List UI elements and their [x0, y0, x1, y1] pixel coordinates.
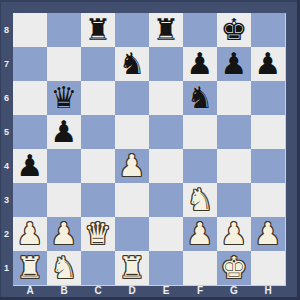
square-g1[interactable]: ♚	[217, 251, 251, 285]
piece-white-knight[interactable]: ♞	[187, 183, 214, 217]
square-f1[interactable]	[183, 251, 217, 285]
rank-label-6: 6	[0, 81, 13, 115]
square-e7[interactable]	[149, 47, 183, 81]
square-e4[interactable]	[149, 149, 183, 183]
piece-white-queen[interactable]: ♛	[85, 217, 112, 251]
square-d7[interactable]: ♞	[115, 47, 149, 81]
piece-black-pawn[interactable]: ♟	[17, 149, 44, 183]
square-b5[interactable]: ♟	[47, 115, 81, 149]
square-a4[interactable]: ♟	[13, 149, 47, 183]
square-c6[interactable]	[81, 81, 115, 115]
square-g5[interactable]	[217, 115, 251, 149]
square-h8[interactable]	[251, 13, 285, 47]
square-f4[interactable]	[183, 149, 217, 183]
square-c4[interactable]	[81, 149, 115, 183]
rank-label-7: 7	[0, 47, 13, 81]
square-b4[interactable]	[47, 149, 81, 183]
rank-label-3: 3	[0, 183, 13, 217]
square-c5[interactable]	[81, 115, 115, 149]
square-e3[interactable]	[149, 183, 183, 217]
square-h2[interactable]: ♟	[251, 217, 285, 251]
square-b8[interactable]	[47, 13, 81, 47]
square-e6[interactable]	[149, 81, 183, 115]
piece-black-queen[interactable]: ♛	[51, 81, 78, 115]
file-label-d: D	[115, 284, 149, 297]
piece-white-knight[interactable]: ♞	[51, 251, 78, 285]
square-h3[interactable]	[251, 183, 285, 217]
square-h5[interactable]	[251, 115, 285, 149]
square-f5[interactable]	[183, 115, 217, 149]
piece-white-king[interactable]: ♚	[221, 251, 248, 285]
rank-label-4: 4	[0, 149, 13, 183]
square-d1[interactable]: ♜	[115, 251, 149, 285]
square-a1[interactable]: ♜	[13, 251, 47, 285]
piece-black-rook[interactable]: ♜	[85, 13, 112, 47]
square-b1[interactable]: ♞	[47, 251, 81, 285]
square-b2[interactable]: ♟	[47, 217, 81, 251]
square-f8[interactable]	[183, 13, 217, 47]
frame-top-edge	[0, 0, 300, 2]
piece-white-pawn[interactable]: ♟	[17, 217, 44, 251]
square-a5[interactable]	[13, 115, 47, 149]
square-b3[interactable]	[47, 183, 81, 217]
square-h1[interactable]	[251, 251, 285, 285]
square-f7[interactable]: ♟	[183, 47, 217, 81]
piece-white-pawn[interactable]: ♟	[51, 217, 78, 251]
chess-board[interactable]: ♜♜♚♞♟♟♟♛♞♟♟♟♞♟♟♛♟♟♟♜♞♜♚	[13, 13, 286, 286]
file-label-f: F	[183, 284, 217, 297]
piece-black-pawn[interactable]: ♟	[51, 115, 78, 149]
square-g2[interactable]: ♟	[217, 217, 251, 251]
piece-black-pawn[interactable]: ♟	[187, 47, 214, 81]
square-c2[interactable]: ♛	[81, 217, 115, 251]
file-label-g: G	[217, 284, 251, 297]
piece-white-rook[interactable]: ♜	[119, 251, 146, 285]
square-b7[interactable]	[47, 47, 81, 81]
square-d8[interactable]	[115, 13, 149, 47]
square-c8[interactable]: ♜	[81, 13, 115, 47]
square-a3[interactable]	[13, 183, 47, 217]
square-g4[interactable]	[217, 149, 251, 183]
square-h4[interactable]	[251, 149, 285, 183]
square-d3[interactable]	[115, 183, 149, 217]
file-label-c: C	[81, 284, 115, 297]
piece-black-king[interactable]: ♚	[221, 13, 248, 47]
square-c1[interactable]	[81, 251, 115, 285]
piece-black-pawn[interactable]: ♟	[255, 47, 282, 81]
square-h7[interactable]: ♟	[251, 47, 285, 81]
square-d6[interactable]	[115, 81, 149, 115]
square-g8[interactable]: ♚	[217, 13, 251, 47]
square-e2[interactable]	[149, 217, 183, 251]
square-g7[interactable]: ♟	[217, 47, 251, 81]
square-d2[interactable]	[115, 217, 149, 251]
rank-label-2: 2	[0, 217, 13, 251]
square-g3[interactable]	[217, 183, 251, 217]
piece-black-rook[interactable]: ♜	[153, 13, 180, 47]
square-e1[interactable]	[149, 251, 183, 285]
square-a8[interactable]	[13, 13, 47, 47]
square-d5[interactable]	[115, 115, 149, 149]
rank-label-8: 8	[0, 13, 13, 47]
square-b6[interactable]: ♛	[47, 81, 81, 115]
rank-label-5: 5	[0, 115, 13, 149]
square-a7[interactable]	[13, 47, 47, 81]
piece-white-rook[interactable]: ♜	[17, 251, 44, 285]
piece-white-pawn[interactable]: ♟	[119, 149, 146, 183]
rank-label-1: 1	[0, 251, 13, 285]
piece-black-knight[interactable]: ♞	[119, 47, 146, 81]
square-h6[interactable]	[251, 81, 285, 115]
square-e8[interactable]: ♜	[149, 13, 183, 47]
file-label-h: H	[251, 284, 285, 297]
chess-board-frame: ♜♜♚♞♟♟♟♛♞♟♟♟♞♟♟♛♟♟♟♜♞♜♚ 87654321 ABCDEFG…	[0, 0, 300, 300]
square-f3[interactable]: ♞	[183, 183, 217, 217]
square-c3[interactable]	[81, 183, 115, 217]
square-a2[interactable]: ♟	[13, 217, 47, 251]
piece-white-pawn[interactable]: ♟	[187, 217, 214, 251]
square-f6[interactable]: ♞	[183, 81, 217, 115]
square-g6[interactable]	[217, 81, 251, 115]
frame-right-edge	[297, 0, 300, 300]
square-d4[interactable]: ♟	[115, 149, 149, 183]
piece-black-pawn[interactable]: ♟	[221, 47, 248, 81]
piece-white-pawn[interactable]: ♟	[221, 217, 248, 251]
piece-white-pawn[interactable]: ♟	[255, 217, 282, 251]
file-label-a: A	[13, 284, 47, 297]
square-c7[interactable]	[81, 47, 115, 81]
file-label-e: E	[149, 284, 183, 297]
square-f2[interactable]: ♟	[183, 217, 217, 251]
square-a6[interactable]	[13, 81, 47, 115]
file-label-b: B	[47, 284, 81, 297]
square-e5[interactable]	[149, 115, 183, 149]
piece-black-knight[interactable]: ♞	[187, 81, 214, 115]
